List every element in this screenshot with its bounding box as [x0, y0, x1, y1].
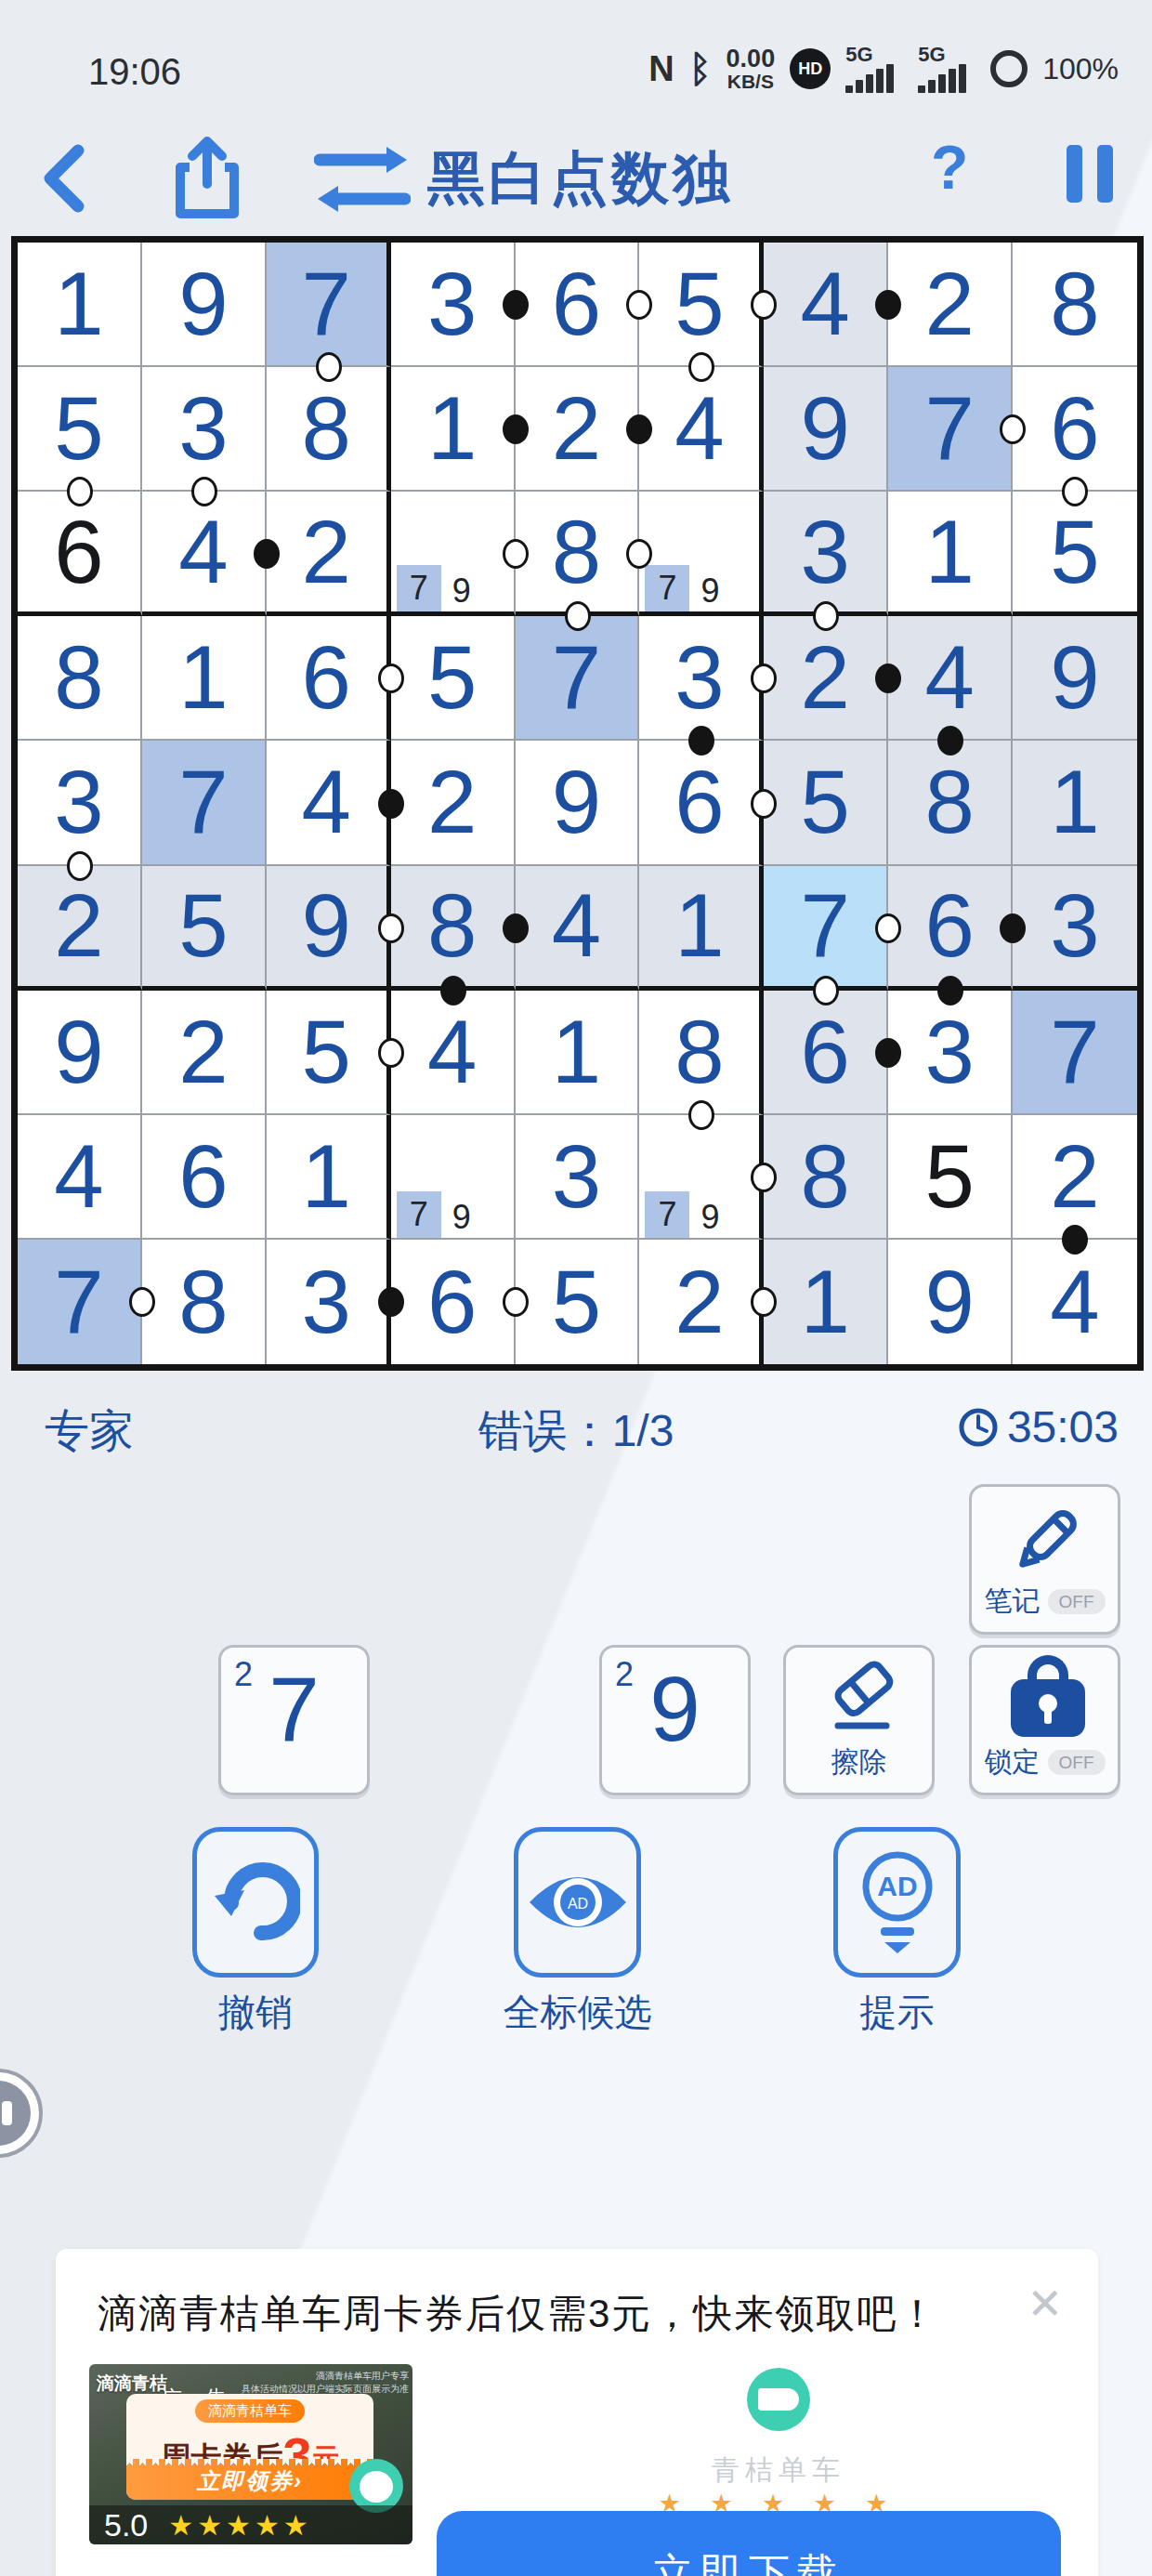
coupon-cta: 立即领券›: [126, 2466, 373, 2496]
cell-digit: 6: [801, 1001, 850, 1103]
kropki-black-dot: [1000, 913, 1026, 943]
network-speed: 0.00 KB/S: [727, 46, 776, 91]
cell-r4c2[interactable]: 1: [142, 616, 267, 741]
cell-digit: 6: [54, 501, 103, 603]
cell-digit: 2: [1050, 1125, 1099, 1228]
cell-r3c6[interactable]: 79: [639, 492, 764, 616]
cell-digit: 8: [302, 377, 351, 480]
svg-text:AD: AD: [567, 1896, 587, 1912]
kropki-black-dot: [503, 290, 529, 320]
kropki-white-dot: [191, 477, 217, 506]
candidates-label: 全标候选: [477, 1987, 678, 2038]
pencil-icon: [1005, 1498, 1089, 1582]
cell-digit: 3: [801, 501, 850, 603]
kropki-white-dot: [1062, 477, 1088, 506]
cell-digit: 8: [178, 1251, 228, 1353]
cell-digit: 5: [302, 1001, 351, 1103]
cell-digit: 3: [552, 1125, 601, 1228]
cell-digit: 2: [674, 1251, 724, 1353]
speed-unit: KB/S: [727, 72, 774, 91]
cell-r9c2[interactable]: 8: [142, 1240, 267, 1364]
digit-9: 9: [602, 1657, 748, 1762]
cell-r3c9[interactable]: 5: [1013, 492, 1137, 616]
cell-r7c5[interactable]: 1: [516, 991, 640, 1115]
back-button[interactable]: [37, 143, 93, 214]
cell-r2c6[interactable]: 4: [639, 367, 764, 492]
board-cells: 1973654285381249766427987931581657324937…: [18, 243, 1137, 1364]
cell-digit: 4: [801, 253, 850, 355]
candidate-note-7: 7: [645, 565, 689, 611]
info-row: 专家 错误：1/3 35:03: [0, 1401, 1152, 1457]
notes-label: 笔记: [985, 1583, 1041, 1621]
ad-app-name: 青桔单车: [648, 2451, 909, 2490]
cell-digit: 6: [302, 626, 351, 729]
cell-digit: 2: [552, 377, 601, 480]
cell-r4c6[interactable]: 3: [639, 616, 764, 741]
kropki-black-dot: [688, 726, 714, 756]
page-title: 黑白点数独: [409, 139, 753, 217]
cell-r2c4[interactable]: 1: [391, 367, 516, 492]
cell-r4c8[interactable]: 4: [888, 616, 1013, 741]
cell-digit: 8: [427, 874, 477, 977]
cell-digit: 8: [552, 501, 601, 603]
kropki-white-dot: [565, 601, 591, 631]
cell-r4c7[interactable]: 2: [764, 616, 888, 741]
pause-dots-icon: [0, 2081, 31, 2146]
cell-digit: 5: [801, 751, 850, 853]
lock-icon: [1009, 1655, 1087, 1744]
kropki-white-dot: [813, 601, 839, 631]
cell-digit: 4: [552, 874, 601, 977]
cell-digit: 8: [924, 751, 974, 853]
undo-button[interactable]: [192, 1827, 319, 1978]
cell-r4c5[interactable]: 7: [516, 616, 640, 741]
cell-digit: 9: [302, 874, 351, 977]
cell-r9c4[interactable]: 6: [391, 1240, 516, 1364]
cell-r3c1[interactable]: 6: [18, 492, 142, 616]
nav-bar: 黑白点数独 ?: [0, 128, 1152, 230]
battery-percent: 100%: [1042, 52, 1119, 86]
kropki-black-dot: [875, 290, 901, 320]
candidates-button[interactable]: AD: [514, 1827, 641, 1978]
status-icons: N ᛒ 0.00 KB/S HD 5G 5G 100%: [648, 41, 1119, 97]
coupon-pill: 滴滴青桔单车: [195, 2399, 305, 2423]
cell-r3c4[interactable]: 79: [391, 492, 516, 616]
cell-r6c6[interactable]: 1: [639, 866, 764, 991]
signal-5g-icon-1: 5G: [845, 45, 903, 93]
cell-r6c7[interactable]: 7: [764, 866, 888, 991]
cell-r4c9[interactable]: 9: [1013, 616, 1137, 741]
cell-r1c8[interactable]: 2: [888, 243, 1013, 367]
hd-badge: HD: [790, 48, 831, 89]
cell-r8c4[interactable]: 79: [391, 1115, 516, 1240]
rating-stars: ★★★★★: [168, 2509, 311, 2542]
kropki-black-dot: [440, 976, 466, 1005]
cell-digit: 7: [552, 626, 601, 729]
hint-button[interactable]: AD: [833, 1827, 961, 1978]
kropki-white-dot: [316, 352, 342, 382]
cell-r4c1[interactable]: 8: [18, 616, 142, 741]
speed-value: 0.00: [727, 46, 776, 72]
cell-digit: 9: [924, 1251, 974, 1353]
share-button[interactable]: [167, 136, 247, 221]
cell-r6c1[interactable]: 2: [18, 866, 142, 991]
candidate-note-9: 9: [452, 1201, 471, 1234]
pause-icon: [1097, 145, 1113, 203]
cell-digit: 4: [178, 501, 228, 603]
kropki-white-dot: [67, 851, 93, 881]
cell-r1c4[interactable]: 3: [391, 243, 516, 367]
cell-r5c9[interactable]: 1: [1013, 741, 1137, 865]
cell-r3c7[interactable]: 3: [764, 492, 888, 616]
ad-card[interactable]: 滴滴青桔单车周卡券后仅需3元，快来领取吧！ ✕ 滴滴青桔 广 告 滴滴青桔单车用…: [56, 2249, 1098, 2576]
cell-r4c3[interactable]: 6: [267, 616, 391, 741]
cell-r9c3[interactable]: 3: [267, 1240, 391, 1364]
cell-digit: 6: [674, 751, 724, 853]
cell-digit: 4: [674, 377, 724, 480]
cell-r7c8[interactable]: 3: [888, 991, 1013, 1115]
cell-digit: 1: [302, 1125, 351, 1228]
cell-r1c9[interactable]: 8: [1013, 243, 1137, 367]
battery-icon: [990, 50, 1028, 87]
cell-digit: 9: [1050, 626, 1099, 729]
cell-digit: 2: [54, 874, 103, 977]
svg-text:AD: AD: [877, 1871, 917, 1901]
number-button-7[interactable]: 2 7: [218, 1645, 370, 1795]
floating-window-handle[interactable]: [0, 2069, 43, 2158]
number-button-9[interactable]: 2 9: [599, 1645, 751, 1795]
cell-digit: 3: [178, 377, 228, 480]
cell-r9c8[interactable]: 9: [888, 1240, 1013, 1364]
lock-label: 锁定: [985, 1743, 1041, 1781]
cell-r1c7[interactable]: 4: [764, 243, 888, 367]
cell-r6c4[interactable]: 8: [391, 866, 516, 991]
clock-time: 19:06: [88, 51, 181, 93]
kropki-white-dot: [751, 290, 777, 320]
cell-digit: 2: [427, 751, 477, 853]
cell-r8c6[interactable]: 79: [639, 1115, 764, 1240]
cell-digit: 3: [302, 1251, 351, 1353]
cell-digit: 9: [552, 751, 601, 853]
cell-digit: 3: [54, 751, 103, 853]
cell-r7c3[interactable]: 5: [267, 991, 391, 1115]
notes-off-badge: OFF: [1048, 1589, 1106, 1614]
cell-digit: 7: [924, 377, 974, 480]
cell-digit: 4: [54, 1125, 103, 1228]
kropki-black-dot: [378, 1287, 404, 1317]
eye-ad-icon: AD: [526, 1865, 630, 1939]
ad-brand: 滴滴青桔: [97, 2372, 167, 2396]
kropki-black-dot: [254, 539, 280, 569]
cell-digit: 6: [427, 1251, 477, 1353]
kropki-white-dot: [129, 1287, 155, 1317]
swap-arrows-icon: [314, 143, 411, 216]
cell-r6c3[interactable]: 9: [267, 866, 391, 991]
cell-digit: 6: [178, 1125, 228, 1228]
kropki-white-dot: [503, 539, 529, 569]
undo-label: 撤销: [192, 1987, 319, 2038]
kropki-black-dot: [626, 414, 652, 444]
cell-digit: 3: [427, 253, 477, 355]
kropki-white-dot: [378, 664, 404, 693]
kropki-white-dot: [688, 1100, 714, 1130]
cell-digit: 1: [674, 874, 724, 977]
kropki-black-dot: [875, 1038, 901, 1068]
cell-digit: 4: [1050, 1251, 1099, 1353]
candidate-note-9: 9: [700, 574, 719, 608]
clock-icon: [957, 1406, 1000, 1449]
cell-r3c2[interactable]: 4: [142, 492, 267, 616]
kropki-black-dot: [937, 976, 963, 1005]
coupon-panel: 滴滴青桔单车 周卡券后3元 立即领券›: [126, 2394, 373, 2500]
cell-r3c3[interactable]: 2: [267, 492, 391, 616]
kropki-white-dot: [813, 976, 839, 1005]
cell-r3c8[interactable]: 1: [888, 492, 1013, 616]
cell-r6c9[interactable]: 3: [1013, 866, 1137, 991]
pause-button[interactable]: [1067, 145, 1113, 203]
timer: 35:03: [957, 1401, 1119, 1452]
cell-digit: 9: [801, 377, 850, 480]
kropki-white-dot: [378, 1038, 404, 1068]
app-screen: 19:06 N ᛒ 0.00 KB/S HD 5G 5G 100%: [0, 0, 1152, 2576]
eraser-icon: [818, 1655, 907, 1735]
ad-disclaimer: 滴滴青桔单车用户专享 具体活动情况以用户端实际页面展示为准: [242, 2370, 409, 2396]
hint-label: 提示: [833, 1987, 961, 2038]
kropki-black-dot: [937, 726, 963, 756]
kropki-white-dot: [688, 352, 714, 382]
cell-r2c1[interactable]: 5: [18, 367, 142, 492]
erase-label: 擦除: [831, 1743, 887, 1781]
cell-digit: 5: [54, 377, 103, 480]
kropki-black-dot: [503, 414, 529, 444]
cell-digit: 1: [1050, 751, 1099, 853]
cell-r5c8[interactable]: 8: [888, 741, 1013, 865]
ad-download-button[interactable]: 立即下载: [437, 2511, 1061, 2576]
cell-digit: 5: [427, 626, 477, 729]
cell-digit: 8: [1050, 253, 1099, 355]
cell-digit: 3: [1050, 874, 1099, 977]
cell-digit: 5: [1050, 501, 1099, 603]
undo-arrow-icon: [211, 1862, 300, 1942]
rating-value: 5.0: [104, 2507, 148, 2543]
cell-digit: 4: [302, 751, 351, 853]
signal-5g-icon-2: 5G: [918, 45, 975, 93]
cell-digit: 3: [924, 1001, 974, 1103]
kropki-white-dot: [378, 913, 404, 943]
cell-r8c7[interactable]: 8: [764, 1115, 888, 1240]
ad-title: 滴滴青桔单车周卡券后仅需3元，快来领取吧！: [98, 2288, 938, 2340]
cell-r5c1[interactable]: 3: [18, 741, 142, 865]
cell-digit: 9: [54, 1001, 103, 1103]
kropki-white-dot: [751, 1163, 777, 1192]
cell-r5c2[interactable]: 7: [142, 741, 267, 865]
notes-button[interactable]: 笔记OFF: [969, 1484, 1120, 1635]
cell-r7c6[interactable]: 8: [639, 991, 764, 1115]
cell-digit: 2: [924, 253, 974, 355]
cell-digit: 7: [302, 253, 351, 355]
kropki-white-dot: [1000, 414, 1026, 444]
cell-digit: 8: [674, 1001, 724, 1103]
lock-off-badge: OFF: [1048, 1750, 1106, 1775]
cell-digit: 1: [54, 253, 103, 355]
candidate-note-7: 7: [397, 1191, 441, 1238]
cell-digit: 3: [674, 626, 724, 729]
cell-digit: 2: [178, 1001, 228, 1103]
cell-r5c7[interactable]: 5: [764, 741, 888, 865]
kropki-black-dot: [875, 664, 901, 693]
kropki-black-dot: [1062, 1225, 1088, 1255]
cell-digit: 1: [801, 1251, 850, 1353]
cell-r5c6[interactable]: 6: [639, 741, 764, 865]
kropki-white-dot: [751, 789, 777, 819]
cell-r8c3[interactable]: 1: [267, 1115, 391, 1240]
cell-r3c5[interactable]: 8: [516, 492, 640, 616]
kropki-white-dot: [875, 913, 901, 943]
cell-r2c2[interactable]: 3: [142, 367, 267, 492]
kropki-white-dot: [626, 290, 652, 320]
cell-r1c6[interactable]: 5: [639, 243, 764, 367]
cell-r8c8[interactable]: 5: [888, 1115, 1013, 1240]
cell-digit: 8: [54, 626, 103, 729]
cell-r8c9[interactable]: 2: [1013, 1115, 1137, 1240]
erase-button[interactable]: 擦除: [783, 1645, 935, 1795]
cell-digit: 1: [427, 377, 477, 480]
lock-button[interactable]: 锁定OFF: [969, 1645, 1120, 1795]
candidate-note-7: 7: [397, 565, 441, 611]
cell-digit: 1: [924, 501, 974, 603]
status-bar: 19:06 N ᛒ 0.00 KB/S HD 5G 5G 100%: [0, 0, 1152, 112]
cell-r5c3[interactable]: 4: [267, 741, 391, 865]
cell-digit: 5: [552, 1251, 601, 1353]
cell-r1c1[interactable]: 1: [18, 243, 142, 367]
cell-digit: 7: [801, 874, 850, 977]
ad-creative[interactable]: 滴滴青桔 广 告 滴滴青桔单车用户专享 具体活动情况以用户端实际页面展示为准 滴…: [89, 2364, 412, 2544]
kropki-white-dot: [626, 539, 652, 569]
kropki-white-dot: [503, 1287, 529, 1317]
cell-digit: 5: [924, 1125, 974, 1228]
cell-r4c4[interactable]: 5: [391, 616, 516, 741]
candidate-note-9: 9: [452, 574, 471, 608]
kropki-white-dot: [751, 1287, 777, 1317]
cell-r2c7[interactable]: 9: [764, 367, 888, 492]
cell-r2c3[interactable]: 8: [267, 367, 391, 492]
cell-r2c5[interactable]: 2: [516, 367, 640, 492]
cell-digit: 6: [552, 253, 601, 355]
cell-digit: 6: [924, 874, 974, 977]
cell-r9c1[interactable]: 7: [18, 1240, 142, 1364]
cell-r7c4[interactable]: 4: [391, 991, 516, 1115]
cell-r8c1[interactable]: 4: [18, 1115, 142, 1240]
restart-button[interactable]: [314, 143, 411, 216]
kropki-white-dot: [751, 664, 777, 693]
cell-digit: 1: [552, 1001, 601, 1103]
cell-r7c9[interactable]: 7: [1013, 991, 1137, 1115]
digit-7: 7: [221, 1657, 367, 1762]
kropki-black-dot: [378, 789, 404, 819]
candidate-note-9: 9: [700, 1201, 719, 1234]
cell-r9c7[interactable]: 1: [764, 1240, 888, 1364]
cell-digit: 9: [178, 253, 228, 355]
cell-r8c5[interactable]: 3: [516, 1115, 640, 1240]
bluetooth-icon: ᛒ: [689, 48, 712, 90]
cell-r8c2[interactable]: 6: [142, 1115, 267, 1240]
cell-r1c3[interactable]: 7: [267, 243, 391, 367]
cell-digit: 7: [1050, 1001, 1099, 1103]
cell-r2c8[interactable]: 7: [888, 367, 1013, 492]
cell-digit: 6: [1050, 377, 1099, 480]
cell-digit: 2: [801, 626, 850, 729]
cell-digit: 2: [302, 501, 351, 603]
cell-r6c2[interactable]: 5: [142, 866, 267, 991]
sudoku-board: 1973654285381249766427987931581657324937…: [11, 236, 1144, 1371]
share-icon: [167, 136, 247, 221]
ad-app-logo: [747, 2368, 810, 2431]
cell-digit: 1: [178, 626, 228, 729]
cell-r5c5[interactable]: 9: [516, 741, 640, 865]
cell-r1c2[interactable]: 9: [142, 243, 267, 367]
cell-r7c7[interactable]: 6: [764, 991, 888, 1115]
cell-r7c1[interactable]: 9: [18, 991, 142, 1115]
help-button[interactable]: ?: [931, 132, 968, 203]
timer-value: 35:03: [1007, 1401, 1119, 1452]
rating-strip: 5.0 ★★★★★: [89, 2505, 412, 2544]
cell-r7c2[interactable]: 2: [142, 991, 267, 1115]
cell-r9c6[interactable]: 2: [639, 1240, 764, 1364]
nfc-icon: N: [648, 49, 674, 89]
candidate-note-7: 7: [645, 1191, 689, 1238]
cell-r6c8[interactable]: 6: [888, 866, 1013, 991]
cell-digit: 7: [54, 1251, 103, 1353]
cell-r9c9[interactable]: 4: [1013, 1240, 1137, 1364]
cell-digit: 7: [178, 751, 228, 853]
cell-digit: 4: [924, 626, 974, 729]
cell-digit: 4: [427, 1001, 477, 1103]
kropki-white-dot: [67, 477, 93, 506]
cell-r2c9[interactable]: 6: [1013, 367, 1137, 492]
pause-icon: [1067, 145, 1082, 203]
cell-digit: 5: [674, 253, 724, 355]
kropki-black-dot: [503, 913, 529, 943]
cell-r1c5[interactable]: 6: [516, 243, 640, 367]
bulb-ad-icon: AD: [855, 1847, 940, 1957]
cell-digit: 5: [178, 874, 228, 977]
cell-r9c5[interactable]: 5: [516, 1240, 640, 1364]
cell-digit: 8: [801, 1125, 850, 1228]
back-icon: [37, 143, 93, 214]
cell-r6c5[interactable]: 4: [516, 866, 640, 991]
cell-r5c4[interactable]: 2: [391, 741, 516, 865]
ad-close-button[interactable]: ✕: [1027, 2279, 1063, 2329]
